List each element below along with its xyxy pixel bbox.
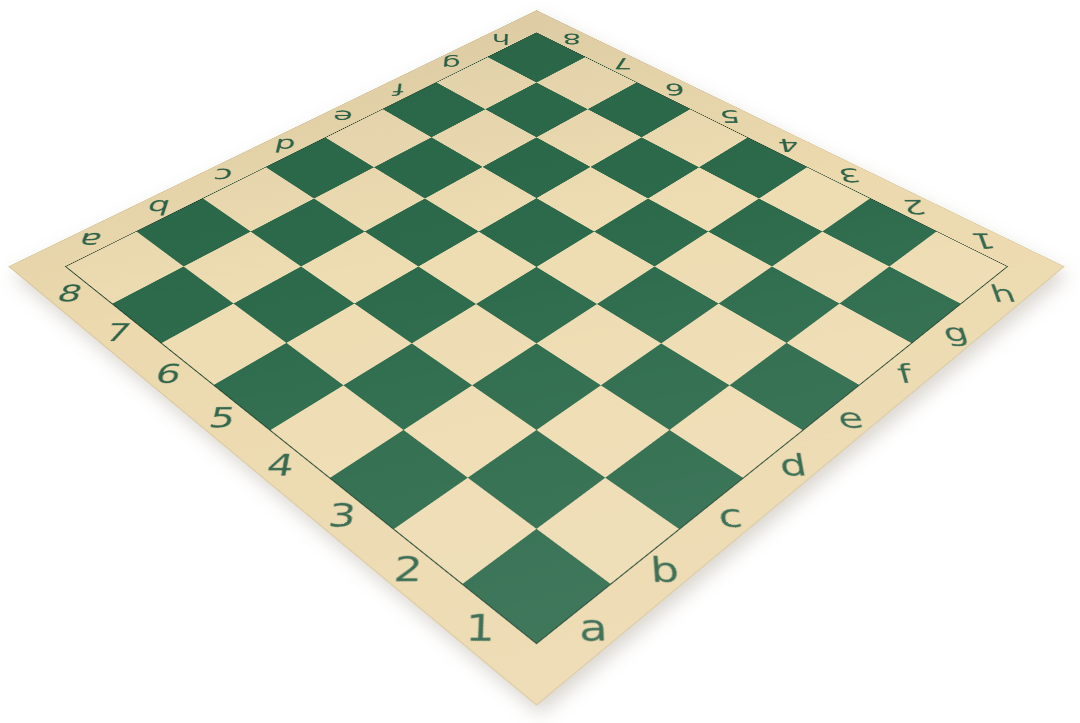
coord-label-3: 3: [326, 500, 358, 532]
coord-label-e: e: [835, 405, 866, 433]
coord-label-7: 7: [102, 321, 134, 346]
coord-label-4: 4: [776, 136, 801, 154]
chess-board-mat: 8765432187654321hgfedcbahgfedcba: [8, 10, 1064, 706]
coord-label-g: g: [441, 56, 461, 71]
coord-label-f: f: [894, 361, 915, 387]
coord-label-h: h: [987, 282, 1019, 305]
coord-label-8: 8: [54, 282, 86, 305]
coord-label-4: 4: [264, 451, 296, 481]
coord-label-d: d: [272, 136, 297, 154]
coord-label-7: 7: [612, 56, 632, 71]
coord-label-1: 1: [464, 610, 495, 647]
photo-scene: 8765432187654321hgfedcbahgfedcba: [0, 0, 1080, 723]
coord-label-e: e: [332, 108, 354, 125]
coord-label-a: a: [578, 610, 608, 647]
coord-label-2: 2: [901, 197, 929, 217]
coord-label-d: d: [777, 451, 809, 481]
coord-label-a: a: [75, 230, 104, 251]
coord-label-5: 5: [206, 405, 238, 433]
coord-label-5: 5: [719, 108, 742, 125]
mat-shadow-wrapper: 8765432187654321hgfedcbahgfedcba: [0, 0, 1080, 723]
coord-label-b: b: [649, 553, 680, 587]
coord-label-6: 6: [152, 361, 184, 387]
coord-label-1: 1: [968, 230, 998, 251]
coord-label-b: b: [144, 197, 172, 217]
coord-label-h: h: [491, 31, 510, 46]
playing-area: [65, 32, 1008, 644]
coord-label-8: 8: [563, 31, 582, 46]
coord-label-3: 3: [837, 165, 863, 184]
coord-label-f: f: [392, 81, 405, 97]
coord-label-2: 2: [393, 553, 424, 587]
coord-label-g: g: [939, 321, 971, 346]
coord-label-c: c: [717, 500, 745, 532]
coord-label-c: c: [211, 165, 235, 184]
coord-label-6: 6: [664, 81, 686, 97]
